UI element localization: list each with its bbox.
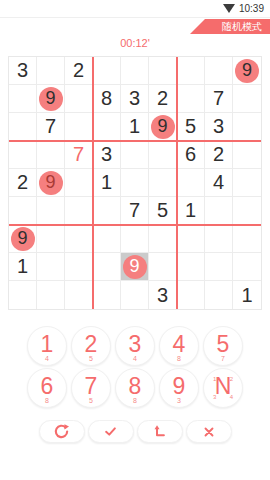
cell-r5c4[interactable]: 1	[93, 169, 121, 197]
undo-button[interactable]	[137, 420, 183, 443]
remaining-count: 8	[28, 397, 66, 404]
given-digit: 2	[157, 87, 168, 110]
cell-r6c2[interactable]	[37, 197, 65, 225]
cell-r7c1[interactable]: 9	[9, 225, 37, 253]
cell-r6c9[interactable]	[233, 197, 261, 225]
cell-r2c9[interactable]	[233, 85, 261, 113]
numpad-label: 5	[217, 333, 230, 356]
cell-r7c5[interactable]	[121, 225, 149, 253]
cell-r1c9[interactable]: 9	[233, 57, 261, 85]
numpad-label: 9	[173, 375, 186, 398]
remaining-count: 7	[204, 355, 242, 362]
numpad-9-button[interactable]: 93	[159, 368, 199, 408]
cell-r4c7[interactable]: 6	[177, 141, 205, 169]
numpad-n-button[interactable]: N1234	[203, 368, 243, 408]
cell-r7c3[interactable]	[65, 225, 93, 253]
cell-r7c9[interactable]	[233, 225, 261, 253]
cell-r1c6[interactable]	[149, 57, 177, 85]
given-digit: 3	[17, 59, 28, 82]
user-digit: 7	[73, 143, 84, 166]
cell-r6c3[interactable]	[65, 197, 93, 225]
cell-r2c2[interactable]: 9	[37, 85, 65, 113]
cell-r3c8[interactable]: 3	[205, 113, 233, 141]
note-corner-digit: 1	[213, 376, 216, 382]
given-digit: 1	[241, 284, 252, 307]
cell-r7c8[interactable]	[205, 225, 233, 253]
cell-r1c7[interactable]	[177, 57, 205, 85]
number-pad-row-2: 68758893N1234	[0, 368, 270, 408]
cell-r9c3[interactable]	[65, 281, 93, 309]
numpad-label: 4	[173, 333, 186, 356]
remaining-count: 4	[28, 355, 66, 362]
remaining-count: 8	[116, 397, 154, 404]
given-digit: 1	[101, 171, 112, 194]
cell-r3c4[interactable]	[93, 113, 121, 141]
cell-r8c9[interactable]	[233, 253, 261, 281]
numpad-7-button[interactable]: 75	[71, 368, 111, 408]
numpad-4-button[interactable]: 48	[159, 326, 199, 366]
cell-r5c6[interactable]	[149, 169, 177, 197]
cell-r3c2[interactable]: 7	[37, 113, 65, 141]
given-digit: 5	[157, 199, 168, 222]
cell-r6c6[interactable]: 5	[149, 197, 177, 225]
given-digit: 7	[45, 115, 56, 138]
cell-r3c5[interactable]: 1	[121, 113, 149, 141]
remaining-count: 5	[72, 397, 110, 404]
cell-r4c3[interactable]: 7	[65, 141, 93, 169]
cell-r3c1[interactable]	[9, 113, 37, 141]
cell-r9c4[interactable]	[93, 281, 121, 309]
cell-r8c3[interactable]	[65, 253, 93, 281]
given-digit: 3	[129, 87, 140, 110]
cell-r9c7[interactable]	[177, 281, 205, 309]
highlight-bubble: 9	[39, 171, 63, 195]
note-corner-digit: 2	[230, 376, 233, 382]
close-button[interactable]	[186, 420, 232, 443]
given-digit: 2	[73, 59, 84, 82]
cell-r1c1[interactable]: 3	[9, 57, 37, 85]
cell-r2c7[interactable]	[177, 85, 205, 113]
numpad-label: 7	[85, 375, 98, 398]
cell-r5c1[interactable]: 2	[9, 169, 37, 197]
given-digit: 4	[213, 171, 224, 194]
given-digit: 7	[129, 199, 140, 222]
given-digit: 2	[17, 171, 28, 194]
remaining-count: 3	[160, 397, 198, 404]
cell-r4c6[interactable]	[149, 141, 177, 169]
cell-r4c2[interactable]	[37, 141, 65, 169]
cell-r8c1[interactable]: 1	[9, 253, 37, 281]
cell-r9c6[interactable]: 3	[149, 281, 177, 309]
cell-r6c7[interactable]: 1	[177, 197, 205, 225]
given-digit: 5	[185, 115, 196, 138]
cell-r5c3[interactable]	[65, 169, 93, 197]
cell-r1c2[interactable]	[37, 57, 65, 85]
cell-r4c8[interactable]: 2	[205, 141, 233, 169]
action-bar	[0, 420, 270, 443]
numpad-1-button[interactable]: 14	[27, 326, 67, 366]
numpad-5-button[interactable]: 57	[203, 326, 243, 366]
cell-r3c9[interactable]	[233, 113, 261, 141]
cell-r2c6[interactable]: 2	[149, 85, 177, 113]
cell-r7c2[interactable]	[37, 225, 65, 253]
highlight-bubble: 9	[123, 255, 147, 279]
given-digit: 6	[185, 143, 196, 166]
cell-r8c7[interactable]	[177, 253, 205, 281]
game-timer: 00:12'	[0, 37, 270, 49]
cell-r1c8[interactable]	[205, 57, 233, 85]
cell-r4c1[interactable]	[9, 141, 37, 169]
cell-r6c5[interactable]: 7	[121, 197, 149, 225]
close-icon	[202, 425, 216, 439]
given-digit: 3	[213, 115, 224, 138]
highlight-bubble: 9	[235, 59, 259, 83]
cell-r3c6[interactable]: 9	[149, 113, 177, 141]
undo-icon	[152, 424, 167, 439]
note-corner-digit: 4	[230, 394, 233, 400]
cell-r9c2[interactable]	[37, 281, 65, 309]
cell-r4c4[interactable]: 3	[93, 141, 121, 169]
cell-r8c2[interactable]	[37, 253, 65, 281]
restart-button[interactable]	[39, 420, 85, 443]
number-pad: 1425344857 68758893N1234	[0, 326, 270, 410]
check-button[interactable]	[88, 420, 134, 443]
cell-r8c8[interactable]	[205, 253, 233, 281]
cell-r1c5[interactable]	[121, 57, 149, 85]
cell-r4c9[interactable]	[233, 141, 261, 169]
numpad-label: 8	[129, 375, 142, 398]
cell-r2c8[interactable]: 7	[205, 85, 233, 113]
numpad-label: 3	[129, 333, 142, 356]
cell-r6c8[interactable]	[205, 197, 233, 225]
restart-icon	[53, 423, 70, 440]
cell-r5c8[interactable]: 4	[205, 169, 233, 197]
cell-r4c5[interactable]	[121, 141, 149, 169]
cell-r9c8[interactable]	[205, 281, 233, 309]
numpad-3-button[interactable]: 34	[115, 326, 155, 366]
sudoku-app-screen: 10:39 随机模式 00:12' 3299832771953736229147…	[0, 0, 270, 480]
given-digit: 7	[213, 87, 224, 110]
mode-badge: 随机模式	[190, 19, 270, 34]
cell-r9c5[interactable]	[121, 281, 149, 309]
note-corner-digit: 3	[213, 394, 216, 400]
cell-r9c9[interactable]: 1	[233, 281, 261, 309]
highlight-bubble: 9	[39, 87, 63, 111]
numpad-2-button[interactable]: 25	[71, 326, 111, 366]
sudoku-board: 32998327719537362291475191931	[8, 56, 262, 310]
cell-r1c4[interactable]	[93, 57, 121, 85]
given-digit: 8	[101, 87, 112, 110]
check-icon	[103, 424, 118, 439]
given-digit: 1	[129, 115, 140, 138]
highlight-bubble: 9	[11, 227, 35, 251]
numpad-8-button[interactable]: 88	[115, 368, 155, 408]
cell-r3c7[interactable]: 5	[177, 113, 205, 141]
remaining-count: 5	[72, 355, 110, 362]
cell-r2c4[interactable]: 8	[93, 85, 121, 113]
given-digit: 3	[101, 143, 112, 166]
numpad-label: 6	[41, 375, 54, 398]
highlight-bubble: 9	[151, 115, 175, 139]
cell-r2c1[interactable]	[9, 85, 37, 113]
given-digit: 1	[17, 255, 28, 278]
cell-r5c5[interactable]	[121, 169, 149, 197]
cell-r2c5[interactable]: 3	[121, 85, 149, 113]
status-bar: 10:39	[0, 0, 270, 18]
status-time: 10:39	[239, 3, 264, 14]
cell-r3c3[interactable]	[65, 113, 93, 141]
remaining-count: 8	[160, 355, 198, 362]
numpad-label: 1	[41, 333, 54, 356]
given-digit: 3	[157, 284, 168, 307]
cell-r1c3[interactable]: 2	[65, 57, 93, 85]
cell-r5c2[interactable]: 9	[37, 169, 65, 197]
cell-r7c4[interactable]	[93, 225, 121, 253]
numpad-label: 2	[85, 333, 98, 356]
cell-r8c6[interactable]	[149, 253, 177, 281]
cell-r9c1[interactable]	[9, 281, 37, 309]
cell-r6c1[interactable]	[9, 197, 37, 225]
board-cells: 32998327719537362291475191931	[9, 57, 261, 309]
given-digit: 2	[213, 143, 224, 166]
number-pad-row-1: 1425344857	[0, 326, 270, 366]
numpad-6-button[interactable]: 68	[27, 368, 67, 408]
wifi-icon	[223, 4, 235, 13]
cell-r7c6[interactable]	[149, 225, 177, 253]
cell-r8c5[interactable]: 9	[121, 253, 149, 281]
cell-r7c7[interactable]	[177, 225, 205, 253]
cell-r6c4[interactable]	[93, 197, 121, 225]
cell-r2c3[interactable]	[65, 85, 93, 113]
cell-r5c7[interactable]	[177, 169, 205, 197]
cell-r8c4[interactable]	[93, 253, 121, 281]
remaining-count: 4	[116, 355, 154, 362]
given-digit: 1	[185, 199, 196, 222]
cell-r5c9[interactable]	[233, 169, 261, 197]
